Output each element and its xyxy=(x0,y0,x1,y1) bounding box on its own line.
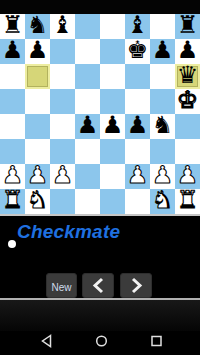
square-g8[interactable] xyxy=(150,14,175,39)
square-h2[interactable]: ♟ xyxy=(175,164,200,189)
square-h6[interactable]: ♛ xyxy=(175,64,200,89)
white-pawn: ♟ xyxy=(52,164,74,188)
black-pawn: ♟ xyxy=(102,114,124,138)
square-g1[interactable]: ♞ xyxy=(150,189,175,214)
status-bar xyxy=(0,0,200,14)
square-f6[interactable] xyxy=(125,64,150,89)
square-b8[interactable]: ♞ xyxy=(25,14,50,39)
black-pawn: ♟ xyxy=(2,39,24,63)
square-e1[interactable] xyxy=(100,189,125,214)
square-e5[interactable] xyxy=(100,89,125,114)
square-e3[interactable] xyxy=(100,139,125,164)
square-d7[interactable] xyxy=(75,39,100,64)
square-a1[interactable]: ♜ xyxy=(0,189,25,214)
chess-board: ♜♞♝♝♜♟♟♚♟♟♛♚♟♟♟♞♟♟♟♟♟♟♜♞♞♜ xyxy=(0,14,200,214)
square-d3[interactable] xyxy=(75,139,100,164)
next-move-button[interactable] xyxy=(120,273,152,298)
square-g3[interactable] xyxy=(150,139,175,164)
square-f2[interactable]: ♟ xyxy=(125,164,150,189)
square-h3[interactable] xyxy=(175,139,200,164)
square-h8[interactable]: ♜ xyxy=(175,14,200,39)
square-d4[interactable]: ♟ xyxy=(75,114,100,139)
move-indicator-dot xyxy=(8,240,16,248)
white-rook: ♜ xyxy=(177,189,199,213)
app-root: ♜♞♝♝♜♟♟♚♟♟♛♚♟♟♟♞♟♟♟♟♟♟♜♞♞♜ Checkmate New xyxy=(0,0,200,355)
square-a4[interactable] xyxy=(0,114,25,139)
black-bishop: ♝ xyxy=(52,14,74,38)
square-a5[interactable] xyxy=(0,89,25,114)
square-c3[interactable] xyxy=(50,139,75,164)
square-a7[interactable]: ♟ xyxy=(0,39,25,64)
square-b1[interactable]: ♞ xyxy=(25,189,50,214)
white-pawn: ♟ xyxy=(152,164,174,188)
black-pawn: ♟ xyxy=(127,114,149,138)
white-pawn: ♟ xyxy=(177,164,199,188)
square-c5[interactable] xyxy=(50,89,75,114)
black-pawn: ♟ xyxy=(152,39,174,63)
black-rook: ♜ xyxy=(177,14,199,38)
black-pawn: ♟ xyxy=(77,114,99,138)
square-c2[interactable]: ♟ xyxy=(50,164,75,189)
toolbar: New xyxy=(0,273,200,298)
square-d5[interactable] xyxy=(75,89,100,114)
square-h5[interactable]: ♚ xyxy=(175,89,200,114)
black-queen: ♛ xyxy=(177,64,199,88)
black-pawn: ♟ xyxy=(177,39,199,63)
square-f1[interactable] xyxy=(125,189,150,214)
recents-icon[interactable] xyxy=(150,334,163,351)
black-king: ♚ xyxy=(127,39,149,63)
square-e2[interactable] xyxy=(100,164,125,189)
chevron-right-icon xyxy=(130,277,143,294)
square-h4[interactable] xyxy=(175,114,200,139)
square-d8[interactable] xyxy=(75,14,100,39)
square-h7[interactable]: ♟ xyxy=(175,39,200,64)
black-knight: ♞ xyxy=(152,114,174,138)
android-nav-bar xyxy=(0,331,200,355)
lower-panel xyxy=(0,300,200,331)
square-f3[interactable] xyxy=(125,139,150,164)
square-b2[interactable]: ♟ xyxy=(25,164,50,189)
new-game-button[interactable]: New xyxy=(46,273,77,298)
square-c4[interactable] xyxy=(50,114,75,139)
square-c8[interactable]: ♝ xyxy=(50,14,75,39)
square-a2[interactable]: ♟ xyxy=(0,164,25,189)
square-f7[interactable]: ♚ xyxy=(125,39,150,64)
black-knight: ♞ xyxy=(27,14,49,38)
square-d1[interactable] xyxy=(75,189,100,214)
status-message: Checkmate xyxy=(17,221,120,243)
square-h1[interactable]: ♜ xyxy=(175,189,200,214)
square-e8[interactable] xyxy=(100,14,125,39)
back-icon[interactable] xyxy=(40,334,53,351)
chevron-left-icon xyxy=(92,277,105,294)
square-b7[interactable]: ♟ xyxy=(25,39,50,64)
square-g2[interactable]: ♟ xyxy=(150,164,175,189)
square-b6[interactable] xyxy=(25,64,50,89)
square-e6[interactable] xyxy=(100,64,125,89)
move-list-area: Checkmate xyxy=(0,216,200,273)
square-d6[interactable] xyxy=(75,64,100,89)
square-c1[interactable] xyxy=(50,189,75,214)
square-f8[interactable]: ♝ xyxy=(125,14,150,39)
white-rook: ♜ xyxy=(2,189,24,213)
black-rook: ♜ xyxy=(2,14,24,38)
square-f5[interactable] xyxy=(125,89,150,114)
square-g4[interactable]: ♞ xyxy=(150,114,175,139)
white-king: ♚ xyxy=(177,89,199,113)
home-icon[interactable] xyxy=(95,334,108,351)
prev-move-button[interactable] xyxy=(82,273,114,298)
square-f4[interactable]: ♟ xyxy=(125,114,150,139)
square-a8[interactable]: ♜ xyxy=(0,14,25,39)
square-g7[interactable]: ♟ xyxy=(150,39,175,64)
square-g6[interactable] xyxy=(150,64,175,89)
square-e4[interactable]: ♟ xyxy=(100,114,125,139)
square-a6[interactable] xyxy=(0,64,25,89)
square-e7[interactable] xyxy=(100,39,125,64)
black-bishop: ♝ xyxy=(127,14,149,38)
square-c6[interactable] xyxy=(50,64,75,89)
square-b3[interactable] xyxy=(25,139,50,164)
square-c7[interactable] xyxy=(50,39,75,64)
white-pawn: ♟ xyxy=(27,164,49,188)
square-g5[interactable] xyxy=(150,89,175,114)
square-a3[interactable] xyxy=(0,139,25,164)
square-b4[interactable] xyxy=(25,114,50,139)
black-pawn: ♟ xyxy=(27,39,49,63)
white-pawn: ♟ xyxy=(2,164,24,188)
square-d2[interactable] xyxy=(75,164,100,189)
white-pawn: ♟ xyxy=(127,164,149,188)
square-b5[interactable] xyxy=(25,89,50,114)
white-knight: ♞ xyxy=(27,189,49,213)
white-knight: ♞ xyxy=(152,189,174,213)
